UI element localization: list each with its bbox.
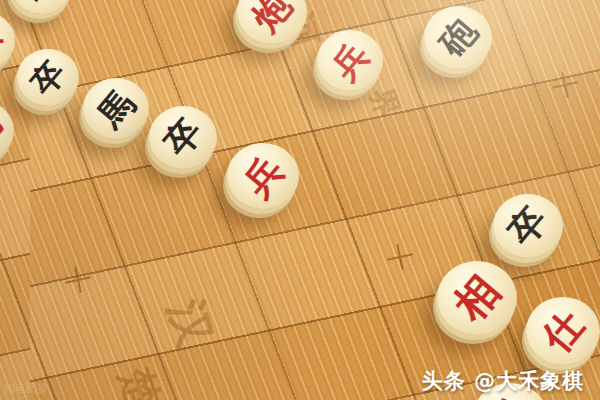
piece-char: 兵 bbox=[0, 18, 7, 63]
xiangqi-piece-black-soldier[interactable]: 卒 bbox=[493, 194, 563, 258]
position-marker-icon bbox=[63, 265, 94, 296]
xiangqi-piece-red-soldier[interactable]: 兵 bbox=[317, 30, 383, 91]
piece-char: 兵 bbox=[237, 150, 289, 202]
xiangqi-photo-scene: 河 界 汉 楚 卒 炮 砲 兵 兵 卒 馬 炮 卒 兵 卒 相 仕 兵 闻电图摄… bbox=[0, 0, 600, 400]
xiangqi-piece-black-cannon[interactable]: 砲 bbox=[424, 6, 492, 69]
piece-char: 卒 bbox=[25, 55, 70, 100]
piece-char: 仕 bbox=[536, 304, 590, 358]
piece-char: 砲 bbox=[433, 13, 482, 62]
position-marker-icon bbox=[550, 70, 581, 101]
xiangqi-piece-red-advisor[interactable]: 仕 bbox=[526, 297, 600, 365]
position-marker-icon bbox=[385, 242, 416, 273]
piece-char: 卒 bbox=[19, 0, 64, 8]
piece-char: 卒 bbox=[503, 201, 554, 252]
xiangqi-piece-black-soldier[interactable]: 卒 bbox=[149, 106, 217, 169]
xiangqi-piece-red-elephant[interactable]: 相 bbox=[437, 261, 517, 335]
toutiao-watermark: 头条 @大禾象棋 bbox=[422, 367, 584, 395]
piece-char: 炮 bbox=[247, 0, 298, 37]
piece-char: 兵 bbox=[326, 37, 374, 85]
piece-char: 炮 bbox=[0, 107, 5, 153]
piece-char: 馬 bbox=[92, 85, 140, 133]
xiangqi-piece-red-soldier[interactable]: 兵 bbox=[227, 143, 299, 209]
faint-stock-watermark: 闻电图摄 bbox=[4, 381, 48, 396]
xiangqi-piece-black-soldier[interactable]: 卒 bbox=[17, 49, 79, 106]
xiangqi-piece-black-horse[interactable]: 馬 bbox=[83, 78, 149, 139]
piece-char: 卒 bbox=[158, 113, 207, 162]
piece-char: 相 bbox=[447, 268, 506, 327]
